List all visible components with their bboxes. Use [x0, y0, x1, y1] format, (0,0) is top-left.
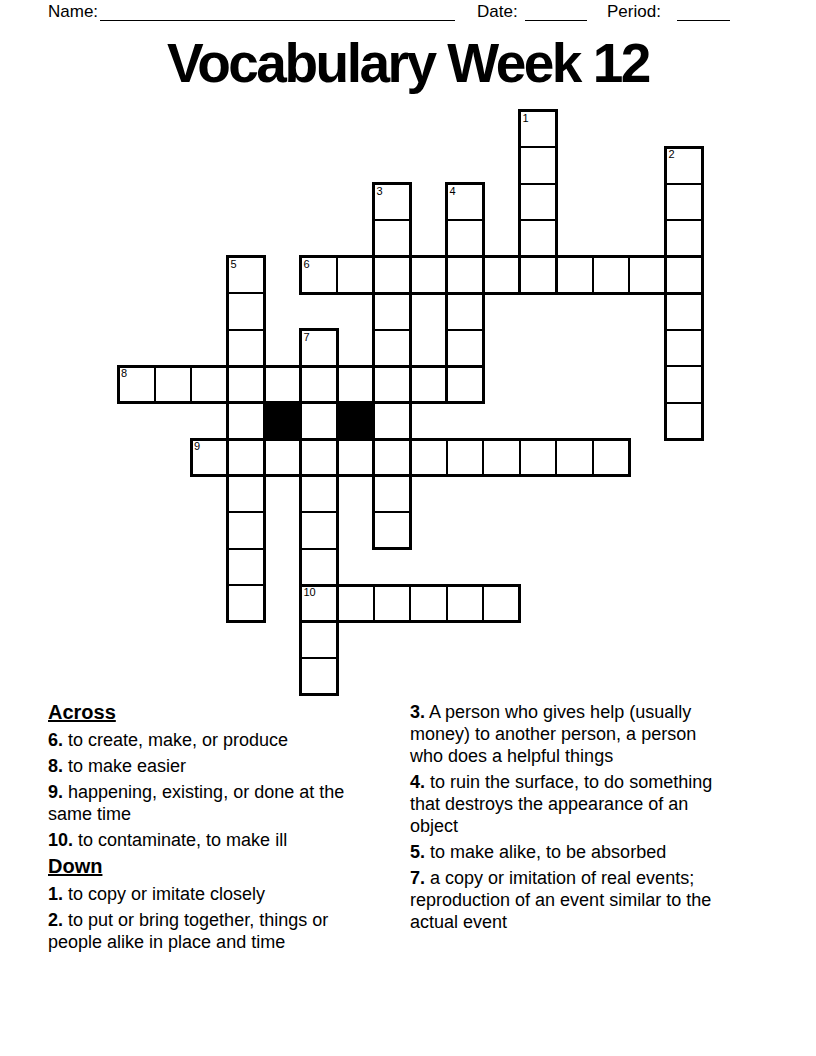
grid-cell-r9c8[interactable]	[410, 439, 447, 476]
grid-cell-r4c14[interactable]	[629, 257, 666, 294]
grid-cell-r6c5[interactable]: 7	[301, 330, 338, 367]
cell-number-6: 6	[304, 258, 310, 270]
grid-cell-r12c5[interactable]	[301, 549, 338, 586]
clue-number-7: 7.	[410, 868, 425, 888]
grid-cell-r2c11[interactable]	[520, 184, 557, 221]
grid-cell-r15c5[interactable]	[301, 658, 338, 695]
grid-cell-r4c3[interactable]: 5	[228, 257, 265, 294]
clue-5: 5. to make alike, to be absorbed	[410, 841, 722, 863]
grid-cell-r4c8[interactable]	[410, 257, 447, 294]
grid-cell-r7c15[interactable]	[666, 366, 703, 403]
cell-number-2: 2	[669, 148, 675, 160]
grid-cell-r3c9[interactable]	[447, 220, 484, 257]
grid-cell-r7c9[interactable]	[447, 366, 484, 403]
grid-cell-r5c3[interactable]	[228, 293, 265, 330]
grid-cell-r5c7[interactable]	[374, 293, 411, 330]
clue-6: 6. to create, make, or produce	[48, 729, 370, 751]
clue-7: 7. a copy or imitation of real events; r…	[410, 867, 722, 933]
cell-number-7: 7	[304, 331, 310, 343]
across-heading: Across	[48, 701, 370, 723]
grid-cell-r13c7[interactable]	[374, 585, 411, 622]
across-clues: 6. to create, make, or produce8. to make…	[48, 729, 370, 851]
clue-10: 10. to contaminate, to make ill	[48, 829, 370, 851]
clue-9: 9. happening, existing, or done at the s…	[48, 781, 370, 825]
grid-cell-r7c8[interactable]	[410, 366, 447, 403]
grid-cell-r11c3[interactable]	[228, 512, 265, 549]
worksheet-page: Name: Date: Period: Vocabulary Week 12 1…	[0, 0, 816, 1056]
grid-cell-r3c7[interactable]	[374, 220, 411, 257]
grid-cell-r13c8[interactable]	[410, 585, 447, 622]
date-label: Date:	[477, 2, 518, 22]
grid-cell-r9c4[interactable]	[264, 439, 301, 476]
grid-cell-r6c3[interactable]	[228, 330, 265, 367]
clue-number-3: 3.	[410, 702, 425, 722]
grid-cell-r8c3[interactable]	[228, 403, 265, 440]
clue-number-5: 5.	[410, 842, 425, 862]
page-title: Vocabulary Week 12	[0, 34, 816, 92]
grid-cell-r7c0[interactable]: 8	[118, 366, 155, 403]
clue-2: 2. to put or bring together, things or p…	[48, 909, 370, 953]
grid-cell-r9c9[interactable]	[447, 439, 484, 476]
period-blank-line[interactable]	[677, 2, 730, 21]
grid-cell-r6c15[interactable]	[666, 330, 703, 367]
grid-cell-r2c9[interactable]: 4	[447, 184, 484, 221]
down-clues-right: 3. A person who gives help (usually mone…	[410, 701, 722, 933]
grid-cell-r7c7[interactable]	[374, 366, 411, 403]
clue-number-8: 8.	[48, 756, 63, 776]
grid-cell-r13c3[interactable]	[228, 585, 265, 622]
grid-cell-r10c3[interactable]	[228, 476, 265, 513]
grid-cell-r7c6[interactable]	[337, 366, 374, 403]
clue-number-6: 6.	[48, 730, 63, 750]
black-cell	[264, 403, 301, 440]
grid-cell-r13c10[interactable]	[483, 585, 520, 622]
clues-left-column: Across 6. to create, make, or produce8. …	[48, 701, 370, 957]
cell-number-10: 10	[304, 586, 316, 598]
cell-number-8: 8	[121, 367, 127, 379]
grid-cell-r7c2[interactable]	[191, 366, 228, 403]
period-label: Period:	[607, 2, 661, 22]
grid-cell-r4c6[interactable]	[337, 257, 374, 294]
clue-3: 3. A person who gives help (usually mone…	[410, 701, 722, 767]
grid-cell-r10c7[interactable]	[374, 476, 411, 513]
grid-cell-r9c13[interactable]	[593, 439, 630, 476]
name-label: Name:	[48, 2, 98, 22]
grid-cell-r11c7[interactable]	[374, 512, 411, 549]
clue-8: 8. to make easier	[48, 755, 370, 777]
grid-cell-r14c5[interactable]	[301, 622, 338, 659]
grid-cell-r2c15[interactable]	[666, 184, 703, 221]
clue-number-2: 2.	[48, 910, 63, 930]
grid-cell-r4c12[interactable]	[556, 257, 593, 294]
grid-cell-r4c7[interactable]	[374, 257, 411, 294]
grid-cell-r4c5[interactable]: 6	[301, 257, 338, 294]
grid-cell-r3c15[interactable]	[666, 220, 703, 257]
grid-cell-r0c11[interactable]: 1	[520, 111, 557, 148]
down-heading: Down	[48, 855, 370, 877]
grid-cell-r4c15[interactable]	[666, 257, 703, 294]
grid-cell-r1c11[interactable]	[520, 147, 557, 184]
grid-cell-r3c11[interactable]	[520, 220, 557, 257]
grid-cell-r4c9[interactable]	[447, 257, 484, 294]
date-blank-line[interactable]	[525, 2, 587, 21]
grid-cell-r4c11[interactable]	[520, 257, 557, 294]
grid-cell-r12c3[interactable]	[228, 549, 265, 586]
black-cell	[337, 403, 374, 440]
cell-number-9: 9	[194, 440, 200, 452]
grid-cell-r13c5[interactable]: 10	[301, 585, 338, 622]
grid-cell-r13c6[interactable]	[337, 585, 374, 622]
grid-cell-r9c12[interactable]	[556, 439, 593, 476]
grid-cell-r10c5[interactable]	[301, 476, 338, 513]
grid-cell-r4c10[interactable]	[483, 257, 520, 294]
cell-number-1: 1	[523, 112, 529, 124]
grid-cell-r9c2[interactable]: 9	[191, 439, 228, 476]
clue-number-1: 1.	[48, 884, 63, 904]
clues-right-column: 3. A person who gives help (usually mone…	[410, 701, 722, 937]
grid-cell-r9c10[interactable]	[483, 439, 520, 476]
grid-cell-r7c5[interactable]	[301, 366, 338, 403]
grid-cell-r1c15[interactable]: 2	[666, 147, 703, 184]
grid-cell-r9c6[interactable]	[337, 439, 374, 476]
grid-cell-r5c15[interactable]	[666, 293, 703, 330]
clue-number-4: 4.	[410, 772, 425, 792]
grid-cell-r4c13[interactable]	[593, 257, 630, 294]
cell-number-5: 5	[231, 258, 237, 270]
clue-4: 4. to ruin the surface, to do something …	[410, 771, 722, 837]
grid-cell-r11c5[interactable]	[301, 512, 338, 549]
grid-cell-r7c4[interactable]	[264, 366, 301, 403]
grid-cell-r6c9[interactable]	[447, 330, 484, 367]
clue-number-10: 10.	[48, 830, 73, 850]
grid-cell-r9c5[interactable]	[301, 439, 338, 476]
name-blank-line[interactable]	[100, 2, 455, 21]
clue-number-9: 9.	[48, 782, 63, 802]
grid-cell-r9c7[interactable]	[374, 439, 411, 476]
grid-cell-r7c1[interactable]	[155, 366, 192, 403]
grid-cell-r8c5[interactable]	[301, 403, 338, 440]
grid-cell-r7c3[interactable]	[228, 366, 265, 403]
grid-cell-r5c9[interactable]	[447, 293, 484, 330]
down-clues-left: 1. to copy or imitate closely2. to put o…	[48, 883, 370, 953]
grid-cell-r13c9[interactable]	[447, 585, 484, 622]
grid-cell-r2c7[interactable]: 3	[374, 184, 411, 221]
grid-cell-r9c3[interactable]	[228, 439, 265, 476]
grid-cell-r8c15[interactable]	[666, 403, 703, 440]
crossword-grid: 12345678910	[118, 111, 702, 695]
clue-1: 1. to copy or imitate closely	[48, 883, 370, 905]
cell-number-4: 4	[450, 185, 456, 197]
grid-cell-r8c7[interactable]	[374, 403, 411, 440]
grid-cell-r6c7[interactable]	[374, 330, 411, 367]
cell-number-3: 3	[377, 185, 383, 197]
grid-cell-r9c11[interactable]	[520, 439, 557, 476]
